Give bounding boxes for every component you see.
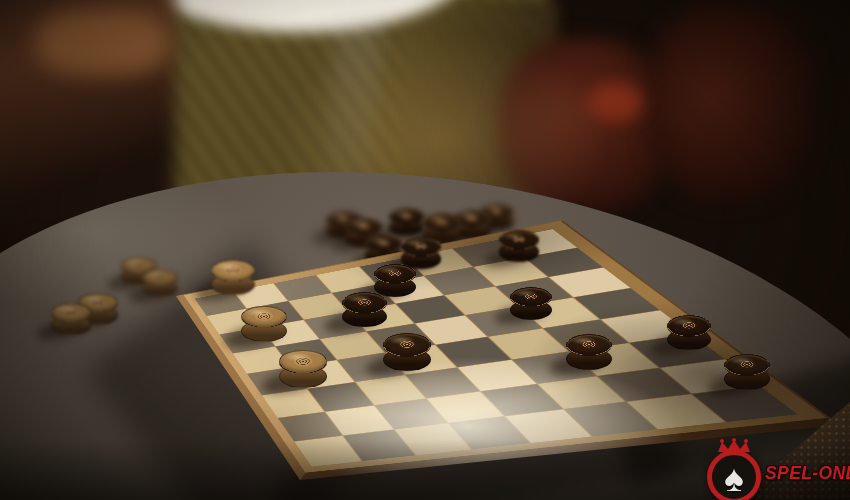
spade-icon: ♠ <box>707 452 761 500</box>
watermark-logo: ♠ SPEL-ONLINE <box>693 436 850 500</box>
photo-scene: ♠ SPEL-ONLINE <box>0 0 850 500</box>
watermark-text: SPEL-ONLINE <box>765 463 850 484</box>
background-stool-right-2 <box>648 5 813 200</box>
background-armchair-highlight <box>35 10 170 75</box>
crown-icon <box>715 438 753 454</box>
